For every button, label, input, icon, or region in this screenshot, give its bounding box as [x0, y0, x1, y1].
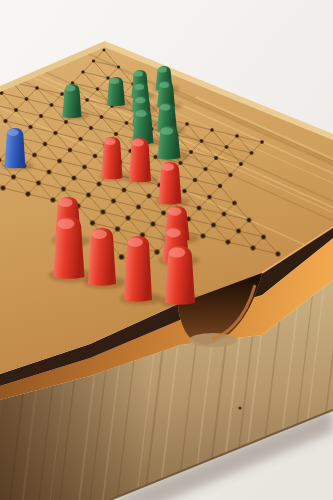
peg-cap-highlight	[135, 97, 145, 103]
peg-cap-highlight	[134, 84, 144, 90]
board-photo-svg	[0, 0, 333, 500]
peg-cap-highlight	[162, 163, 175, 171]
peg-cap-highlight	[168, 207, 182, 215]
peg-cap-highlight	[128, 238, 143, 247]
peg-cap-highlight	[166, 228, 181, 237]
peg-cap-highlight	[132, 139, 144, 146]
peg-cap-highlight	[169, 248, 185, 258]
peg-cap-highlight	[58, 198, 72, 207]
peg-cap-highlight	[65, 85, 75, 91]
peg-cap-highlight	[58, 219, 75, 229]
peg-cap-highlight	[135, 110, 146, 117]
wood-knot	[238, 406, 241, 409]
peg-cap-highlight	[92, 230, 107, 239]
peg-cap-highlight	[134, 71, 143, 77]
peg-cap-highlight	[7, 129, 18, 136]
peg-cap-highlight	[109, 78, 119, 84]
peg-cap-highlight	[161, 127, 174, 135]
peg-cap-highlight	[160, 104, 171, 111]
peg-cap-highlight	[104, 138, 115, 145]
peg-cap-highlight	[158, 67, 167, 73]
peg-cap-highlight	[159, 82, 169, 88]
chinese-checkers-photo-scene	[0, 0, 333, 500]
